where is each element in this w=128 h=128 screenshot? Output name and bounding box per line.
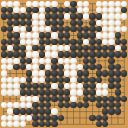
white-stone[interactable] [32, 13, 38, 19]
white-stone[interactable] [51, 32, 57, 38]
black-stone[interactable] [70, 45, 76, 51]
black-stone[interactable] [58, 77, 64, 83]
black-stone[interactable] [32, 83, 38, 89]
black-stone[interactable] [51, 77, 57, 83]
white-stone[interactable] [108, 7, 114, 13]
black-stone[interactable] [20, 13, 26, 19]
black-stone[interactable] [26, 13, 32, 19]
black-stone[interactable] [39, 51, 45, 57]
white-stone[interactable] [20, 32, 26, 38]
white-stone[interactable] [108, 26, 114, 32]
white-stone[interactable] [121, 13, 127, 19]
black-stone[interactable] [70, 39, 76, 45]
black-stone[interactable] [58, 13, 64, 19]
white-stone[interactable] [13, 77, 19, 83]
white-stone[interactable] [108, 20, 114, 26]
black-stone[interactable] [96, 51, 102, 57]
white-stone[interactable] [26, 32, 32, 38]
black-stone[interactable] [121, 51, 127, 57]
white-stone[interactable] [51, 51, 57, 57]
white-stone[interactable] [13, 7, 19, 13]
white-stone[interactable] [77, 1, 83, 7]
black-stone[interactable] [45, 89, 51, 95]
black-stone[interactable] [70, 20, 76, 26]
black-stone[interactable] [115, 77, 121, 83]
white-stone[interactable] [77, 89, 83, 95]
white-stone[interactable] [7, 89, 13, 95]
white-stone[interactable] [115, 1, 121, 7]
black-stone[interactable] [64, 51, 70, 57]
black-stone[interactable] [13, 32, 19, 38]
black-stone[interactable] [77, 77, 83, 83]
black-stone[interactable] [26, 70, 32, 76]
black-stone[interactable] [45, 70, 51, 76]
white-stone[interactable] [13, 89, 19, 95]
black-stone[interactable] [77, 13, 83, 19]
white-stone[interactable] [7, 1, 13, 7]
black-stone[interactable] [26, 89, 32, 95]
black-stone[interactable] [102, 70, 108, 76]
black-stone[interactable] [20, 58, 26, 64]
white-stone[interactable] [20, 26, 26, 32]
white-stone[interactable] [32, 20, 38, 26]
black-stone[interactable] [89, 83, 95, 89]
black-stone[interactable] [89, 115, 95, 121]
white-stone[interactable] [7, 108, 13, 114]
black-stone[interactable] [83, 70, 89, 76]
white-stone[interactable] [83, 13, 89, 19]
black-stone[interactable] [20, 89, 26, 95]
black-stone[interactable] [89, 77, 95, 83]
black-stone[interactable] [39, 108, 45, 114]
black-stone[interactable] [89, 45, 95, 51]
black-stone[interactable] [58, 115, 64, 121]
black-stone[interactable] [51, 96, 57, 102]
black-stone[interactable] [83, 51, 89, 57]
white-stone[interactable] [32, 58, 38, 64]
black-stone[interactable] [96, 39, 102, 45]
white-stone[interactable] [39, 70, 45, 76]
white-stone[interactable] [70, 58, 76, 64]
black-stone[interactable] [83, 89, 89, 95]
black-stone[interactable] [1, 13, 7, 19]
black-stone[interactable] [89, 58, 95, 64]
black-stone[interactable] [39, 96, 45, 102]
black-stone[interactable] [51, 39, 57, 45]
black-stone[interactable] [7, 32, 13, 38]
black-stone[interactable] [1, 39, 7, 45]
black-stone[interactable] [1, 26, 7, 32]
black-stone[interactable] [58, 32, 64, 38]
white-stone[interactable] [20, 115, 26, 121]
black-stone[interactable] [13, 108, 19, 114]
white-stone[interactable] [39, 1, 45, 7]
black-stone[interactable] [51, 115, 57, 121]
white-stone[interactable] [70, 77, 76, 83]
white-stone[interactable] [102, 32, 108, 38]
black-stone[interactable] [51, 89, 57, 95]
black-stone[interactable] [58, 96, 64, 102]
black-stone[interactable] [7, 13, 13, 19]
white-stone[interactable] [1, 77, 7, 83]
black-stone[interactable] [58, 39, 64, 45]
white-stone[interactable] [96, 89, 102, 95]
white-stone[interactable] [108, 13, 114, 19]
white-stone[interactable] [1, 70, 7, 76]
black-stone[interactable] [108, 58, 114, 64]
white-stone[interactable] [13, 26, 19, 32]
white-stone[interactable] [32, 64, 38, 70]
black-stone[interactable] [13, 51, 19, 57]
black-stone[interactable] [77, 32, 83, 38]
black-stone[interactable] [115, 51, 121, 57]
go-board[interactable] [0, 0, 128, 128]
black-stone[interactable] [51, 64, 57, 70]
black-stone[interactable] [108, 70, 114, 76]
white-stone[interactable] [51, 108, 57, 114]
black-stone[interactable] [115, 39, 121, 45]
white-stone[interactable] [32, 39, 38, 45]
black-stone[interactable] [89, 96, 95, 102]
black-stone[interactable] [7, 20, 13, 26]
black-stone[interactable] [64, 89, 70, 95]
white-stone[interactable] [51, 83, 57, 89]
white-stone[interactable] [1, 89, 7, 95]
black-stone[interactable] [39, 115, 45, 121]
black-stone[interactable] [32, 115, 38, 121]
black-stone[interactable] [20, 20, 26, 26]
black-stone[interactable] [7, 39, 13, 45]
white-stone[interactable] [20, 39, 26, 45]
black-stone[interactable] [20, 108, 26, 114]
white-stone[interactable] [26, 51, 32, 57]
white-stone[interactable] [70, 83, 76, 89]
white-stone[interactable] [1, 115, 7, 121]
white-stone[interactable] [108, 39, 114, 45]
black-stone[interactable] [39, 89, 45, 95]
white-stone[interactable] [45, 1, 51, 7]
white-stone[interactable] [1, 58, 7, 64]
black-stone[interactable] [1, 7, 7, 13]
black-stone[interactable] [96, 96, 102, 102]
white-stone[interactable] [115, 13, 121, 19]
black-stone[interactable] [77, 39, 83, 45]
black-stone[interactable] [89, 13, 95, 19]
black-stone[interactable] [20, 51, 26, 57]
black-stone[interactable] [89, 26, 95, 32]
white-stone[interactable] [70, 89, 76, 95]
white-stone[interactable] [51, 45, 57, 51]
white-stone[interactable] [32, 32, 38, 38]
black-stone[interactable] [39, 39, 45, 45]
white-stone[interactable] [96, 20, 102, 26]
black-stone[interactable] [115, 89, 121, 95]
white-stone[interactable] [13, 83, 19, 89]
black-stone[interactable] [70, 7, 76, 13]
white-stone[interactable] [108, 32, 114, 38]
white-stone[interactable] [39, 58, 45, 64]
white-stone[interactable] [96, 1, 102, 7]
black-stone[interactable] [13, 39, 19, 45]
black-stone[interactable] [13, 20, 19, 26]
black-stone[interactable] [39, 32, 45, 38]
black-stone[interactable] [51, 121, 57, 127]
black-stone[interactable] [108, 96, 114, 102]
white-stone[interactable] [13, 121, 19, 127]
black-stone[interactable] [51, 26, 57, 32]
black-stone[interactable] [51, 70, 57, 76]
white-stone[interactable] [45, 51, 51, 57]
white-stone[interactable] [32, 26, 38, 32]
black-stone[interactable] [51, 13, 57, 19]
black-stone[interactable] [89, 89, 95, 95]
black-stone[interactable] [13, 13, 19, 19]
black-stone[interactable] [96, 77, 102, 83]
white-stone[interactable] [32, 77, 38, 83]
black-stone[interactable] [115, 32, 121, 38]
black-stone[interactable] [108, 108, 114, 114]
white-stone[interactable] [13, 1, 19, 7]
white-stone[interactable] [39, 7, 45, 13]
black-stone[interactable] [26, 20, 32, 26]
black-stone[interactable] [13, 64, 19, 70]
black-stone[interactable] [70, 51, 76, 57]
black-stone[interactable] [1, 51, 7, 57]
black-stone[interactable] [58, 89, 64, 95]
black-stone[interactable] [51, 7, 57, 13]
black-stone[interactable] [89, 64, 95, 70]
black-stone[interactable] [89, 32, 95, 38]
black-stone[interactable] [89, 51, 95, 57]
black-stone[interactable] [83, 32, 89, 38]
white-stone[interactable] [39, 77, 45, 83]
black-stone[interactable] [13, 45, 19, 51]
black-stone[interactable] [7, 51, 13, 57]
white-stone[interactable] [13, 115, 19, 121]
black-stone[interactable] [51, 20, 57, 26]
white-stone[interactable] [39, 20, 45, 26]
white-stone[interactable] [96, 32, 102, 38]
white-stone[interactable] [20, 77, 26, 83]
black-stone[interactable] [108, 77, 114, 83]
white-stone[interactable] [58, 58, 64, 64]
black-stone[interactable] [115, 96, 121, 102]
black-stone[interactable] [32, 7, 38, 13]
white-stone[interactable] [115, 20, 121, 26]
black-stone[interactable] [58, 70, 64, 76]
black-stone[interactable] [102, 51, 108, 57]
black-stone[interactable] [89, 20, 95, 26]
black-stone[interactable] [70, 102, 76, 108]
white-stone[interactable] [26, 1, 32, 7]
black-stone[interactable] [51, 58, 57, 64]
white-stone[interactable] [32, 96, 38, 102]
white-stone[interactable] [70, 64, 76, 70]
black-stone[interactable] [45, 13, 51, 19]
black-stone[interactable] [77, 51, 83, 57]
black-stone[interactable] [108, 45, 114, 51]
black-stone[interactable] [96, 115, 102, 121]
white-stone[interactable] [39, 13, 45, 19]
black-stone[interactable] [89, 39, 95, 45]
white-stone[interactable] [32, 1, 38, 7]
black-stone[interactable] [58, 51, 64, 57]
white-stone[interactable] [102, 13, 108, 19]
black-stone[interactable] [32, 89, 38, 95]
white-stone[interactable] [13, 102, 19, 108]
black-stone[interactable] [64, 32, 70, 38]
black-stone[interactable] [58, 20, 64, 26]
white-stone[interactable] [1, 1, 7, 7]
go-app-window [0, 0, 128, 128]
white-stone[interactable] [70, 96, 76, 102]
black-stone[interactable] [96, 70, 102, 76]
white-stone[interactable] [51, 1, 57, 7]
black-stone[interactable] [108, 51, 114, 57]
black-stone[interactable] [77, 70, 83, 76]
black-stone[interactable] [115, 70, 121, 76]
white-stone[interactable] [70, 70, 76, 76]
black-stone[interactable] [70, 13, 76, 19]
white-stone[interactable] [13, 58, 19, 64]
white-stone[interactable] [64, 13, 70, 19]
white-stone[interactable] [32, 70, 38, 76]
black-stone[interactable] [1, 45, 7, 51]
black-stone[interactable] [96, 13, 102, 19]
black-stone[interactable] [45, 32, 51, 38]
black-stone[interactable] [70, 1, 76, 7]
black-stone[interactable] [26, 108, 32, 114]
black-stone[interactable] [32, 121, 38, 127]
black-stone[interactable] [32, 108, 38, 114]
black-stone[interactable] [108, 64, 114, 70]
white-stone[interactable] [20, 7, 26, 13]
black-stone[interactable] [115, 108, 121, 114]
black-stone[interactable] [45, 108, 51, 114]
black-stone[interactable] [32, 102, 38, 108]
white-stone[interactable] [32, 51, 38, 57]
white-stone[interactable] [108, 1, 114, 7]
black-stone[interactable] [70, 26, 76, 32]
white-stone[interactable] [20, 96, 26, 102]
white-stone[interactable] [64, 70, 70, 76]
black-stone[interactable] [77, 20, 83, 26]
black-stone[interactable] [32, 45, 38, 51]
